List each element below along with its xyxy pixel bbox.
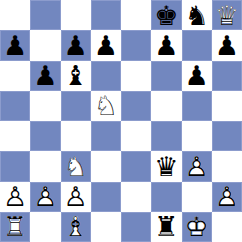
square-d2[interactable]	[91, 182, 121, 212]
square-e6[interactable]	[121, 61, 151, 91]
piece-white-knight[interactable]: ♞♘	[61, 151, 91, 181]
square-h4[interactable]	[212, 121, 242, 151]
piece-black-pawn[interactable]: ♟	[151, 30, 181, 60]
square-e2[interactable]	[121, 182, 151, 212]
piece-white-rook[interactable]: ♜♖	[0, 212, 30, 242]
square-d6[interactable]	[91, 61, 121, 91]
piece-black-pawn[interactable]: ♟	[0, 30, 30, 60]
square-b6[interactable]: ♟	[30, 61, 60, 91]
piece-black-queen[interactable]: ♛	[151, 151, 181, 181]
square-e3[interactable]	[121, 151, 151, 181]
square-g5[interactable]	[182, 91, 212, 121]
square-g6[interactable]: ♟	[182, 61, 212, 91]
piece-white-pawn[interactable]: ♟♙	[0, 182, 30, 212]
piece-black-pawn[interactable]: ♟	[212, 30, 242, 60]
piece-white-knight[interactable]: ♞♘	[91, 91, 121, 121]
square-a7[interactable]: ♟	[0, 30, 30, 60]
knight-outline-glyph: ♘	[61, 151, 91, 181]
square-c1[interactable]: ♝♗	[61, 212, 91, 242]
square-h7[interactable]: ♟	[212, 30, 242, 60]
piece-black-pawn[interactable]: ♟	[91, 30, 121, 60]
square-f4[interactable]	[151, 121, 181, 151]
square-c2[interactable]: ♟♙	[61, 182, 91, 212]
pawn-outline-glyph: ♙	[182, 151, 212, 181]
square-h1[interactable]	[212, 212, 242, 242]
square-e5[interactable]	[121, 91, 151, 121]
square-f6[interactable]	[151, 61, 181, 91]
bishop-outline-glyph: ♗	[61, 212, 91, 242]
square-d3[interactable]	[91, 151, 121, 181]
pawn-outline-glyph: ♙	[30, 182, 60, 212]
queen-outline-glyph: ♕	[212, 0, 242, 30]
square-a5[interactable]	[0, 91, 30, 121]
piece-black-pawn[interactable]: ♟	[30, 61, 60, 91]
square-f5[interactable]	[151, 91, 181, 121]
piece-white-pawn[interactable]: ♟♙	[182, 151, 212, 181]
square-e7[interactable]	[121, 30, 151, 60]
square-g7[interactable]	[182, 30, 212, 60]
square-h8[interactable]: ♛♕	[212, 0, 242, 30]
square-f8[interactable]: ♚	[151, 0, 181, 30]
piece-black-bishop[interactable]: ♝	[61, 61, 91, 91]
piece-black-pawn[interactable]: ♟	[182, 61, 212, 91]
square-f2[interactable]	[151, 182, 181, 212]
square-c5[interactable]	[61, 91, 91, 121]
square-f7[interactable]: ♟	[151, 30, 181, 60]
piece-black-pawn[interactable]: ♟	[61, 30, 91, 60]
piece-white-pawn[interactable]: ♟♙	[30, 182, 60, 212]
square-f1[interactable]: ♜	[151, 212, 181, 242]
square-b2[interactable]: ♟♙	[30, 182, 60, 212]
square-d5[interactable]: ♞♘	[91, 91, 121, 121]
square-a8[interactable]	[0, 0, 30, 30]
square-h6[interactable]	[212, 61, 242, 91]
piece-white-pawn[interactable]: ♟♙	[61, 182, 91, 212]
piece-white-king[interactable]: ♚♔	[182, 212, 212, 242]
square-b4[interactable]	[30, 121, 60, 151]
square-a6[interactable]	[0, 61, 30, 91]
square-a2[interactable]: ♟♙	[0, 182, 30, 212]
rook-outline-glyph: ♖	[0, 212, 30, 242]
square-b3[interactable]	[30, 151, 60, 181]
square-c3[interactable]: ♞♘	[61, 151, 91, 181]
square-e8[interactable]	[121, 0, 151, 30]
square-g2[interactable]	[182, 182, 212, 212]
king-outline-glyph: ♔	[182, 212, 212, 242]
square-c6[interactable]: ♝	[61, 61, 91, 91]
pawn-outline-glyph: ♙	[212, 182, 242, 212]
square-a3[interactable]	[0, 151, 30, 181]
square-c8[interactable]	[61, 0, 91, 30]
square-b5[interactable]	[30, 91, 60, 121]
square-b7[interactable]	[30, 30, 60, 60]
square-g4[interactable]	[182, 121, 212, 151]
square-a1[interactable]: ♜♖	[0, 212, 30, 242]
square-f3[interactable]: ♛	[151, 151, 181, 181]
piece-black-king[interactable]: ♚	[151, 0, 181, 30]
square-h2[interactable]: ♟♙	[212, 182, 242, 212]
square-c4[interactable]	[61, 121, 91, 151]
piece-white-bishop[interactable]: ♝♗	[61, 212, 91, 242]
pawn-outline-glyph: ♙	[0, 182, 30, 212]
square-c7[interactable]: ♟	[61, 30, 91, 60]
pawn-outline-glyph: ♙	[61, 182, 91, 212]
square-d8[interactable]	[91, 0, 121, 30]
square-d1[interactable]	[91, 212, 121, 242]
square-g8[interactable]: ♞	[182, 0, 212, 30]
square-g1[interactable]: ♚♔	[182, 212, 212, 242]
square-d7[interactable]: ♟	[91, 30, 121, 60]
piece-white-queen[interactable]: ♛♕	[212, 0, 242, 30]
square-b8[interactable]	[30, 0, 60, 30]
square-h3[interactable]	[212, 151, 242, 181]
piece-black-rook[interactable]: ♜	[151, 212, 181, 242]
piece-black-knight[interactable]: ♞	[182, 0, 212, 30]
square-e4[interactable]	[121, 121, 151, 151]
square-g3[interactable]: ♟♙	[182, 151, 212, 181]
piece-white-pawn[interactable]: ♟♙	[212, 182, 242, 212]
square-a4[interactable]	[0, 121, 30, 151]
chess-board: ♚♞♛♕♟♟♟♟♟♟♝♟♞♘♞♘♛♟♙♟♙♟♙♟♙♟♙♜♖♝♗♜♚♔	[0, 0, 242, 242]
square-h5[interactable]	[212, 91, 242, 121]
square-b1[interactable]	[30, 212, 60, 242]
square-d4[interactable]	[91, 121, 121, 151]
knight-outline-glyph: ♘	[91, 91, 121, 121]
square-e1[interactable]	[121, 212, 151, 242]
